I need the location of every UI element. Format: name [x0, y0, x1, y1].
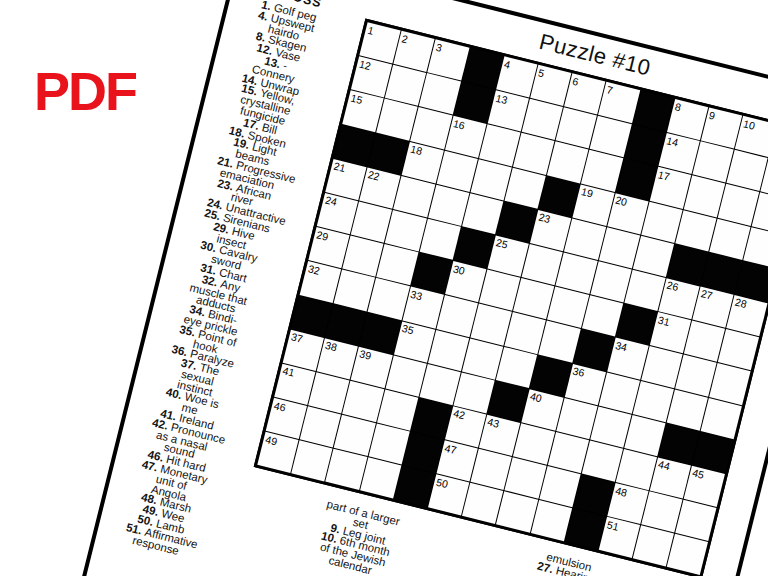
clue-number: 10. — [320, 530, 338, 546]
clue-number: 29. — [212, 220, 230, 236]
clue-number: 37. — [180, 357, 198, 373]
clue-number: 23. — [216, 176, 234, 192]
crossword-grid: 1234567891011121314151617181920212223242… — [254, 19, 768, 576]
clue-number: 19. — [232, 136, 250, 152]
down-clues-fragment-2: emulsion27. Hearing — [531, 549, 604, 576]
clue-number: 27. — [536, 559, 554, 575]
clue-number: 15. — [240, 82, 258, 98]
down-clues-fragment-1: part of a larger set9. Leg joint10. 6th … — [312, 499, 400, 576]
clue-number: 30. — [199, 239, 217, 255]
clue-number: 13. — [263, 55, 281, 71]
clue-number: 47. — [141, 458, 159, 474]
pdf-preview-viewport: PDF ACROSS 1. Golf peg4. Upswept hairdo8… — [0, 0, 768, 576]
clue-number: 42. — [151, 416, 169, 432]
clue-number: 40. — [165, 386, 183, 402]
clue-number: 32. — [201, 273, 219, 289]
grid-cell — [667, 534, 708, 575]
clue-number: 34. — [188, 303, 206, 319]
clue-number: 21. — [216, 154, 234, 170]
clue-number: 51. — [125, 521, 143, 537]
pdf-format-label: PDF — [34, 64, 136, 118]
clue-number: 35. — [178, 323, 196, 339]
clue-number: 4. — [257, 9, 269, 23]
